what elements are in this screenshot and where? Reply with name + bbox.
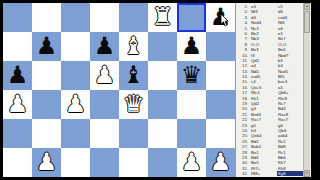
square-g8[interactable] — [177, 3, 206, 32]
white-pawn-b3: ♟ — [32, 148, 61, 177]
square-b8[interactable] — [32, 3, 61, 32]
move-black[interactable]: Kg8 — [277, 171, 304, 176]
square-f5[interactable] — [148, 90, 177, 119]
mouse-cursor-icon — [220, 14, 229, 27]
square-f4[interactable] — [148, 119, 177, 148]
square-g6[interactable]: ♛ — [177, 61, 206, 90]
scrollbar-thumb[interactable] — [304, 11, 310, 33]
square-f3[interactable] — [148, 148, 177, 177]
black-pawn-b7: ♟ — [32, 32, 61, 61]
square-g4[interactable] — [177, 119, 206, 148]
square-d8[interactable] — [90, 3, 119, 32]
white-queen-e5: ♛ — [119, 90, 148, 119]
white-pawn-g3: ♟ — [177, 148, 206, 177]
black-queen-g6: ♛ — [177, 61, 206, 90]
black-bishop-e6: ♝ — [119, 61, 148, 90]
square-b6[interactable] — [32, 61, 61, 90]
chess-board: ♜♟♟♟♝♟♟♟♝♛♟♟♛♟♟♟ — [3, 3, 235, 177]
square-e6[interactable]: ♝ — [119, 61, 148, 90]
scrollbar-up-arrow-icon[interactable]: ▲ — [304, 3, 310, 10]
square-e8[interactable] — [119, 3, 148, 32]
square-g5[interactable] — [177, 90, 206, 119]
square-b5[interactable] — [32, 90, 61, 119]
move-list: 1.e4c52.Nf3d63.d4cxd44.Nxd4Nf65.Nc3a66.B… — [237, 4, 304, 176]
black-pawn-d7: ♟ — [90, 32, 119, 61]
white-bishop-e7: ♝ — [119, 32, 148, 61]
move-white[interactable]: Rf8+ — [250, 171, 277, 176]
square-c5[interactable]: ♟ — [61, 90, 90, 119]
square-f6[interactable] — [148, 61, 177, 90]
white-pawn-a5: ♟ — [3, 90, 32, 119]
square-c7[interactable] — [61, 32, 90, 61]
white-pawn-h3: ♟ — [206, 148, 235, 177]
square-h3[interactable]: ♟ — [206, 148, 235, 177]
white-rook-f8: ♜ — [148, 3, 177, 32]
white-pawn-d6: ♟ — [90, 61, 119, 90]
square-d4[interactable] — [90, 119, 119, 148]
square-a6[interactable]: ♟ — [3, 61, 32, 90]
square-h4[interactable] — [206, 119, 235, 148]
square-b7[interactable]: ♟ — [32, 32, 61, 61]
square-e4[interactable] — [119, 119, 148, 148]
move-list-panel: 1.e4c52.Nf3d63.d4cxd44.Nxd4Nf65.Nc3a66.B… — [235, 3, 311, 177]
move-number: 32. — [237, 171, 250, 176]
square-a3[interactable] — [3, 148, 32, 177]
square-f7[interactable] — [148, 32, 177, 61]
black-pawn-a6: ♟ — [3, 61, 32, 90]
square-g3[interactable]: ♟ — [177, 148, 206, 177]
square-a7[interactable] — [3, 32, 32, 61]
square-a5[interactable]: ♟ — [3, 90, 32, 119]
black-pawn-g7: ♟ — [177, 32, 206, 61]
square-d7[interactable]: ♟ — [90, 32, 119, 61]
square-e3[interactable] — [119, 148, 148, 177]
square-d3[interactable] — [90, 148, 119, 177]
square-b4[interactable] — [32, 119, 61, 148]
square-h6[interactable] — [206, 61, 235, 90]
square-e7[interactable]: ♝ — [119, 32, 148, 61]
board-grid: ♜♟♟♟♝♟♟♟♝♛♟♟♛♟♟♟ — [3, 3, 235, 177]
square-g7[interactable]: ♟ — [177, 32, 206, 61]
square-a8[interactable] — [3, 3, 32, 32]
square-c6[interactable] — [61, 61, 90, 90]
square-d5[interactable] — [90, 90, 119, 119]
square-b3[interactable]: ♟ — [32, 148, 61, 177]
square-a4[interactable] — [3, 119, 32, 148]
square-c4[interactable] — [61, 119, 90, 148]
scrollbar-down-arrow-icon[interactable]: ▼ — [304, 170, 310, 177]
move-list-scrollbar[interactable]: ▲ ▼ — [303, 3, 310, 177]
video-frame: ♜♟♟♟♝♟♟♟♝♛♟♟♛♟♟♟ 1.e4c52.Nf3d63.d4cxd44.… — [0, 0, 320, 180]
square-c8[interactable] — [61, 3, 90, 32]
square-h5[interactable] — [206, 90, 235, 119]
square-d6[interactable]: ♟ — [90, 61, 119, 90]
square-h7[interactable] — [206, 32, 235, 61]
square-e5[interactable]: ♛ — [119, 90, 148, 119]
square-c3[interactable] — [61, 148, 90, 177]
white-pawn-c5: ♟ — [61, 90, 90, 119]
square-f8[interactable]: ♜ — [148, 3, 177, 32]
move-row-32: 32.Rf8+Kg8 — [237, 171, 304, 176]
